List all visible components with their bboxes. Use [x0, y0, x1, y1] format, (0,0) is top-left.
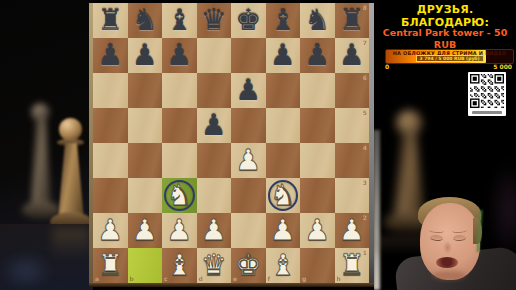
- square-c6[interactable]: [162, 73, 197, 108]
- piece-bK-e8: ♚: [231, 3, 266, 38]
- square-d6[interactable]: [197, 73, 232, 108]
- square-b5[interactable]: [128, 108, 163, 143]
- progress-amount: 3 794 / 5 000 RUB (руб): [415, 55, 483, 63]
- square-e4[interactable]: ♟: [231, 143, 266, 178]
- rank-label: 5: [363, 109, 367, 116]
- square-h5[interactable]: 5: [335, 108, 370, 143]
- qr-caption: [472, 111, 502, 114]
- donation-line: Central Park tower - 50 RUB: [374, 27, 516, 51]
- square-b7[interactable]: ♟: [128, 38, 163, 73]
- streamer-mouth: [436, 257, 458, 268]
- piece-bP-e6: ♟: [231, 73, 266, 108]
- square-h7[interactable]: ♟7: [335, 38, 370, 73]
- piece-wN-c3: ♞: [162, 178, 197, 213]
- square-c7[interactable]: ♟: [162, 38, 197, 73]
- square-e3[interactable]: [231, 178, 266, 213]
- piece-wP-b2: ♟: [128, 213, 163, 248]
- progress-min: 0: [385, 63, 389, 70]
- table-glint: [0, 252, 52, 290]
- square-d3[interactable]: [197, 178, 232, 213]
- piece-wP-a2: ♟: [93, 213, 128, 248]
- square-a2[interactable]: ♟: [93, 213, 128, 248]
- square-g2[interactable]: ♟: [300, 213, 335, 248]
- square-g4[interactable]: [300, 143, 335, 178]
- square-c5[interactable]: [162, 108, 197, 143]
- background-pawn-bronze: [50, 118, 92, 232]
- rank-label: 1: [363, 249, 367, 256]
- qr-code: [468, 72, 506, 116]
- square-f3[interactable]: ♞: [266, 178, 301, 213]
- square-f2[interactable]: ♟: [266, 213, 301, 248]
- square-h8[interactable]: ♜8: [335, 3, 370, 38]
- square-b8[interactable]: ♞: [128, 3, 163, 38]
- rank-label: 3: [363, 179, 367, 186]
- square-c8[interactable]: ♝: [162, 3, 197, 38]
- square-e8[interactable]: ♚: [231, 3, 266, 38]
- square-a8[interactable]: ♜: [93, 3, 128, 38]
- piece-wP-e4: ♟: [231, 143, 266, 178]
- square-e6[interactable]: ♟: [231, 73, 266, 108]
- square-a7[interactable]: ♟: [93, 38, 128, 73]
- piece-bP-b7: ♟: [128, 38, 163, 73]
- square-a4[interactable]: [93, 143, 128, 178]
- pawn-reflection: [52, 228, 90, 268]
- file-label: c: [164, 275, 168, 282]
- square-g1[interactable]: g: [300, 248, 335, 283]
- qr-pattern: [470, 74, 504, 108]
- stream-frame: ♜♞♝♛♚♝♞♜8♟♟♟♟♟♟7♟6♟5♟4♞♞3♟♟♟♟♟♟♟2♜ab♝c♛d…: [0, 0, 516, 290]
- file-label: h: [337, 275, 341, 282]
- square-d7[interactable]: [197, 38, 232, 73]
- left-background: [0, 0, 93, 290]
- rank-label: 6: [363, 74, 367, 81]
- square-h3[interactable]: 3: [335, 178, 370, 213]
- file-label: e: [233, 275, 237, 282]
- rank-label: 7: [363, 39, 367, 46]
- square-h1[interactable]: ♜1h: [335, 248, 370, 283]
- square-h6[interactable]: 6: [335, 73, 370, 108]
- square-e1[interactable]: ♚e: [231, 248, 266, 283]
- square-g3[interactable]: [300, 178, 335, 213]
- piece-wB-f1: ♝: [266, 248, 301, 283]
- streamer-nose: [443, 241, 452, 254]
- file-label: g: [302, 275, 306, 282]
- square-b2[interactable]: ♟: [128, 213, 163, 248]
- square-g6[interactable]: [300, 73, 335, 108]
- square-a3[interactable]: [93, 178, 128, 213]
- donation-progress-bar: НА ОБЛОЖКУ ДЛЯ СТРИМА И ВИДЕО 3 794 / 5 …: [385, 49, 514, 64]
- piece-bB-f8: ♝: [266, 3, 301, 38]
- piece-wP-c2: ♟: [162, 213, 197, 248]
- square-f4[interactable]: [266, 143, 301, 178]
- piece-bP-a7: ♟: [93, 38, 128, 73]
- square-a5[interactable]: [93, 108, 128, 143]
- piece-bP-f7: ♟: [266, 38, 301, 73]
- rank-label: 2: [363, 214, 367, 221]
- square-c4[interactable]: [162, 143, 197, 178]
- piece-bP-d5: ♟: [197, 108, 232, 143]
- piece-bP-c7: ♟: [162, 38, 197, 73]
- square-d8[interactable]: ♛: [197, 3, 232, 38]
- thanks-title: ДРУЗЬЯ. БЛАГОДАРЮ:: [374, 3, 516, 29]
- rank-label: 8: [363, 4, 367, 11]
- file-label: b: [130, 275, 134, 282]
- piece-wP-g2: ♟: [300, 213, 335, 248]
- square-g7[interactable]: ♟: [300, 38, 335, 73]
- piece-bP-g7: ♟: [300, 38, 335, 73]
- square-b3[interactable]: [128, 178, 163, 213]
- square-d5[interactable]: ♟: [197, 108, 232, 143]
- square-f6[interactable]: [266, 73, 301, 108]
- square-b4[interactable]: [128, 143, 163, 178]
- square-g5[interactable]: [300, 108, 335, 143]
- square-h2[interactable]: ♟2: [335, 213, 370, 248]
- square-b1[interactable]: b: [128, 248, 163, 283]
- square-d4[interactable]: [197, 143, 232, 178]
- square-e5[interactable]: [231, 108, 266, 143]
- square-a6[interactable]: [93, 73, 128, 108]
- square-f1[interactable]: ♝f: [266, 248, 301, 283]
- piece-bQ-d8: ♛: [197, 3, 232, 38]
- file-label: f: [268, 275, 271, 282]
- square-f7[interactable]: ♟: [266, 38, 301, 73]
- chess-board: ♜♞♝♛♚♝♞♜8♟♟♟♟♟♟7♟6♟5♟4♞♞3♟♟♟♟♟♟♟2♜ab♝c♛d…: [93, 3, 369, 283]
- webcam-panel: ДРУЗЬЯ. БЛАГОДАРЮ: Central Park tower - …: [374, 0, 516, 290]
- square-d1[interactable]: ♛d: [197, 248, 232, 283]
- square-b6[interactable]: [128, 73, 163, 108]
- file-label: d: [199, 275, 203, 282]
- square-f5[interactable]: [266, 108, 301, 143]
- square-d2[interactable]: ♟: [197, 213, 232, 248]
- rank-label: 4: [363, 144, 367, 151]
- progress-max: 5 000: [493, 63, 512, 70]
- piece-bR-a8: ♜: [93, 3, 128, 38]
- square-c3[interactable]: ♞: [162, 178, 197, 213]
- board-bottom-edge: [89, 283, 374, 287]
- square-c2[interactable]: ♟: [162, 213, 197, 248]
- square-e2[interactable]: [231, 213, 266, 248]
- square-g8[interactable]: ♞: [300, 3, 335, 38]
- square-h4[interactable]: 4: [335, 143, 370, 178]
- piece-bB-c8: ♝: [162, 3, 197, 38]
- piece-wP-d2: ♟: [197, 213, 232, 248]
- piece-bN-b8: ♞: [128, 3, 163, 38]
- piece-wN-f3: ♞: [266, 178, 301, 213]
- file-label: a: [95, 275, 99, 282]
- square-f8[interactable]: ♝: [266, 3, 301, 38]
- piece-bN-g8: ♞: [300, 3, 335, 38]
- piece-wP-f2: ♟: [266, 213, 301, 248]
- square-c1[interactable]: ♝c: [162, 248, 197, 283]
- streamer-chin-shadow: [432, 271, 466, 280]
- square-e7[interactable]: [231, 38, 266, 73]
- square-a1[interactable]: ♜a: [93, 248, 128, 283]
